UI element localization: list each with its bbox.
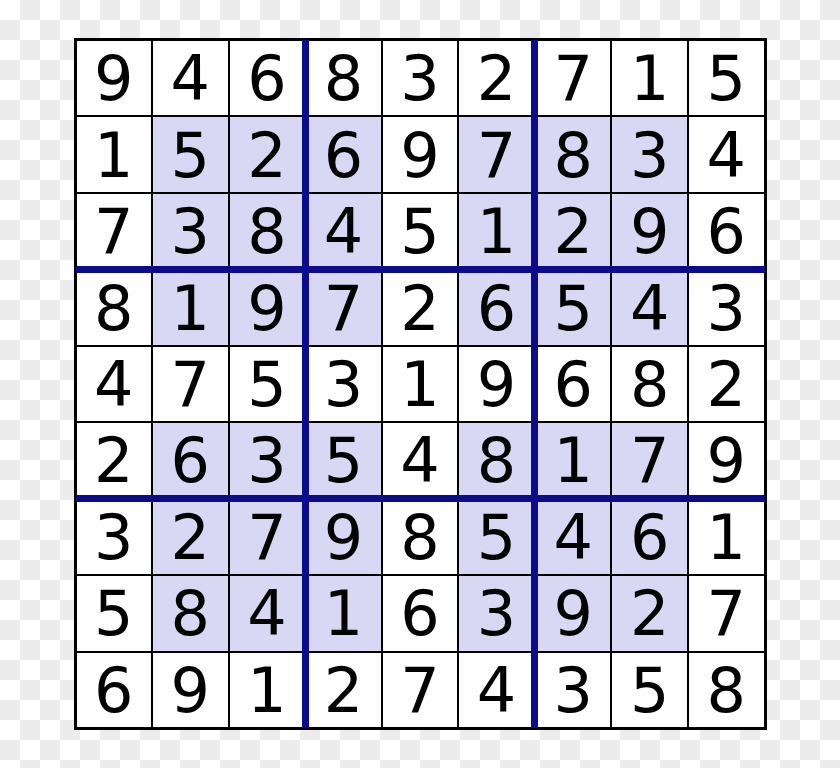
cell-r2c6: 7 <box>458 116 535 192</box>
cell-r8c9: 7 <box>688 575 765 651</box>
sudoku-grid: 9468327151526978347384512968197265434753… <box>76 40 765 728</box>
box-divider-vertical-left <box>302 40 309 728</box>
cell-r5c6: 9 <box>458 346 535 422</box>
cell-r6c2: 6 <box>152 422 229 498</box>
cell-r2c2: 5 <box>152 116 229 192</box>
cell-r3c4: 4 <box>305 193 382 269</box>
cell-r7c3: 7 <box>229 499 306 575</box>
cell-r7c1: 3 <box>76 499 153 575</box>
cell-r6c1: 2 <box>76 422 153 498</box>
cell-r9c7: 3 <box>535 652 612 728</box>
sudoku-board: 9468327151526978347384512968197265434753… <box>74 38 767 730</box>
cell-r4c2: 1 <box>152 269 229 345</box>
box-divider-horizontal-bottom <box>76 495 765 502</box>
cell-r4c1: 8 <box>76 269 153 345</box>
cell-r3c3: 8 <box>229 193 306 269</box>
cell-r1c6: 2 <box>458 40 535 116</box>
cell-r6c8: 7 <box>611 422 688 498</box>
cell-r8c5: 6 <box>382 575 459 651</box>
cell-r7c9: 1 <box>688 499 765 575</box>
cell-r4c9: 3 <box>688 269 765 345</box>
cell-r1c9: 5 <box>688 40 765 116</box>
cell-r8c3: 4 <box>229 575 306 651</box>
cell-r9c1: 6 <box>76 652 153 728</box>
cell-r8c8: 2 <box>611 575 688 651</box>
cell-r9c6: 4 <box>458 652 535 728</box>
cell-r7c7: 4 <box>535 499 612 575</box>
cell-r7c6: 5 <box>458 499 535 575</box>
cell-r9c4: 2 <box>305 652 382 728</box>
cell-r6c9: 9 <box>688 422 765 498</box>
cell-r6c3: 3 <box>229 422 306 498</box>
cell-r3c1: 7 <box>76 193 153 269</box>
cell-r6c6: 8 <box>458 422 535 498</box>
cell-r2c9: 4 <box>688 116 765 192</box>
cell-r8c6: 3 <box>458 575 535 651</box>
cell-r4c6: 6 <box>458 269 535 345</box>
cell-r9c3: 1 <box>229 652 306 728</box>
cell-r2c4: 6 <box>305 116 382 192</box>
cell-r9c2: 9 <box>152 652 229 728</box>
cell-r1c3: 6 <box>229 40 306 116</box>
cell-r8c7: 9 <box>535 575 612 651</box>
cell-r9c5: 7 <box>382 652 459 728</box>
cell-r7c5: 8 <box>382 499 459 575</box>
cell-r3c5: 5 <box>382 193 459 269</box>
cell-r7c2: 2 <box>152 499 229 575</box>
box-divider-vertical-right <box>531 40 538 728</box>
cell-r1c8: 1 <box>611 40 688 116</box>
cell-r5c7: 6 <box>535 346 612 422</box>
cell-r1c5: 3 <box>382 40 459 116</box>
cell-r3c8: 9 <box>611 193 688 269</box>
cell-r3c2: 3 <box>152 193 229 269</box>
cell-r2c8: 3 <box>611 116 688 192</box>
cell-r1c1: 9 <box>76 40 153 116</box>
cell-r1c2: 4 <box>152 40 229 116</box>
cell-r7c8: 6 <box>611 499 688 575</box>
cell-r5c3: 5 <box>229 346 306 422</box>
box-divider-horizontal-top <box>76 266 765 273</box>
cell-r3c9: 6 <box>688 193 765 269</box>
cell-r6c7: 1 <box>535 422 612 498</box>
cell-r5c4: 3 <box>305 346 382 422</box>
cell-r5c9: 2 <box>688 346 765 422</box>
cell-r5c8: 8 <box>611 346 688 422</box>
cell-r2c1: 1 <box>76 116 153 192</box>
cell-r5c2: 7 <box>152 346 229 422</box>
cell-r4c8: 4 <box>611 269 688 345</box>
transparency-checkerboard: 9468327151526978347384512968197265434753… <box>0 0 840 768</box>
cell-r6c5: 4 <box>382 422 459 498</box>
cell-r2c5: 9 <box>382 116 459 192</box>
cell-r5c1: 4 <box>76 346 153 422</box>
cell-r1c7: 7 <box>535 40 612 116</box>
cell-r8c2: 8 <box>152 575 229 651</box>
cell-r9c9: 8 <box>688 652 765 728</box>
cell-r3c6: 1 <box>458 193 535 269</box>
cell-r2c3: 2 <box>229 116 306 192</box>
cell-r4c7: 5 <box>535 269 612 345</box>
cell-r8c4: 1 <box>305 575 382 651</box>
cell-r6c4: 5 <box>305 422 382 498</box>
cell-r2c7: 8 <box>535 116 612 192</box>
cell-r9c8: 5 <box>611 652 688 728</box>
cell-r3c7: 2 <box>535 193 612 269</box>
cell-r5c5: 1 <box>382 346 459 422</box>
cell-r8c1: 5 <box>76 575 153 651</box>
cell-r7c4: 9 <box>305 499 382 575</box>
cell-r4c3: 9 <box>229 269 306 345</box>
cell-r4c5: 2 <box>382 269 459 345</box>
cell-r1c4: 8 <box>305 40 382 116</box>
cell-r4c4: 7 <box>305 269 382 345</box>
